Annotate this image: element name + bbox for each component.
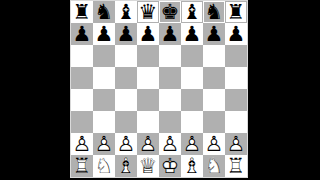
square-c4[interactable] xyxy=(115,89,137,111)
square-b1[interactable]: ♞♘ xyxy=(93,155,115,177)
piece-black-pawn-d7: ♟ xyxy=(137,23,159,45)
board-grid: ♜♞♝♛♚♝♞♜♟♟♟♟♟♟♟♟♟♙♟♙♟♙♟♙♟♙♟♙♟♙♟♙♜♖♞♘♝♗♛♕… xyxy=(71,1,247,177)
square-g4[interactable] xyxy=(203,89,225,111)
square-d6[interactable] xyxy=(137,45,159,67)
square-c2[interactable]: ♟♙ xyxy=(115,133,137,155)
piece-black-pawn-b7: ♟ xyxy=(93,23,115,45)
piece-outline: ♙ xyxy=(159,133,181,155)
square-g2[interactable]: ♟♙ xyxy=(203,133,225,155)
square-f3[interactable] xyxy=(181,111,203,133)
square-a4[interactable] xyxy=(71,89,93,111)
square-c5[interactable] xyxy=(115,67,137,89)
square-a3[interactable] xyxy=(71,111,93,133)
square-g5[interactable] xyxy=(203,67,225,89)
square-d1[interactable]: ♛♕ xyxy=(137,155,159,177)
piece-white-pawn-g2: ♟♙ xyxy=(203,133,225,155)
piece-black-pawn-a7: ♟ xyxy=(71,23,93,45)
square-b6[interactable] xyxy=(93,45,115,67)
piece-outline: ♗ xyxy=(115,155,137,177)
piece-outline: ♔ xyxy=(159,155,181,177)
square-f5[interactable] xyxy=(181,67,203,89)
app-background: ♜♞♝♛♚♝♞♜♟♟♟♟♟♟♟♟♟♙♟♙♟♙♟♙♟♙♟♙♟♙♟♙♜♖♞♘♝♗♛♕… xyxy=(0,0,320,180)
square-b2[interactable]: ♟♙ xyxy=(93,133,115,155)
square-f7[interactable]: ♟ xyxy=(181,23,203,45)
square-g7[interactable]: ♟ xyxy=(203,23,225,45)
square-d8[interactable]: ♛ xyxy=(137,1,159,23)
piece-outline: ♙ xyxy=(93,133,115,155)
square-g3[interactable] xyxy=(203,111,225,133)
piece-black-king-e8: ♚ xyxy=(159,1,181,23)
square-h7[interactable]: ♟ xyxy=(225,23,247,45)
piece-black-rook-h8: ♜ xyxy=(225,1,247,23)
square-b3[interactable] xyxy=(93,111,115,133)
piece-white-king-e1: ♚♔ xyxy=(159,155,181,177)
square-h1[interactable]: ♜♖ xyxy=(225,155,247,177)
piece-white-pawn-d2: ♟♙ xyxy=(137,133,159,155)
square-a5[interactable] xyxy=(71,67,93,89)
square-a8[interactable]: ♜ xyxy=(71,1,93,23)
piece-outline: ♙ xyxy=(71,133,93,155)
square-c1[interactable]: ♝♗ xyxy=(115,155,137,177)
square-e5[interactable] xyxy=(159,67,181,89)
square-a7[interactable]: ♟ xyxy=(71,23,93,45)
square-g6[interactable] xyxy=(203,45,225,67)
piece-outline: ♖ xyxy=(71,155,93,177)
square-f8[interactable]: ♝ xyxy=(181,1,203,23)
piece-black-queen-d8: ♛ xyxy=(137,1,159,23)
piece-white-pawn-f2: ♟♙ xyxy=(181,133,203,155)
piece-outline: ♙ xyxy=(225,133,247,155)
piece-white-rook-a1: ♜♖ xyxy=(71,155,93,177)
square-a6[interactable] xyxy=(71,45,93,67)
piece-white-pawn-e2: ♟♙ xyxy=(159,133,181,155)
piece-white-rook-h1: ♜♖ xyxy=(225,155,247,177)
piece-white-pawn-h2: ♟♙ xyxy=(225,133,247,155)
piece-black-rook-a8: ♜ xyxy=(71,1,93,23)
square-h6[interactable] xyxy=(225,45,247,67)
piece-outline: ♘ xyxy=(93,155,115,177)
square-b4[interactable] xyxy=(93,89,115,111)
piece-black-bishop-f8: ♝ xyxy=(181,1,203,23)
square-e6[interactable] xyxy=(159,45,181,67)
piece-black-bishop-c8: ♝ xyxy=(115,1,137,23)
square-e3[interactable] xyxy=(159,111,181,133)
piece-white-queen-d1: ♛♕ xyxy=(137,155,159,177)
piece-black-pawn-h7: ♟ xyxy=(225,23,247,45)
piece-outline: ♙ xyxy=(115,133,137,155)
chess-board: ♜♞♝♛♚♝♞♜♟♟♟♟♟♟♟♟♟♙♟♙♟♙♟♙♟♙♟♙♟♙♟♙♜♖♞♘♝♗♛♕… xyxy=(70,0,248,178)
piece-black-pawn-e7: ♟ xyxy=(159,23,181,45)
square-f1[interactable]: ♝♗ xyxy=(181,155,203,177)
square-a1[interactable]: ♜♖ xyxy=(71,155,93,177)
piece-white-knight-b1: ♞♘ xyxy=(93,155,115,177)
square-b5[interactable] xyxy=(93,67,115,89)
square-f4[interactable] xyxy=(181,89,203,111)
piece-white-bishop-f1: ♝♗ xyxy=(181,155,203,177)
square-h2[interactable]: ♟♙ xyxy=(225,133,247,155)
square-e1[interactable]: ♚♔ xyxy=(159,155,181,177)
square-e7[interactable]: ♟ xyxy=(159,23,181,45)
square-c6[interactable] xyxy=(115,45,137,67)
square-c3[interactable] xyxy=(115,111,137,133)
piece-outline: ♘ xyxy=(203,155,225,177)
piece-white-pawn-b2: ♟♙ xyxy=(93,133,115,155)
square-e2[interactable]: ♟♙ xyxy=(159,133,181,155)
square-e8[interactable]: ♚ xyxy=(159,1,181,23)
piece-outline: ♙ xyxy=(137,133,159,155)
square-f6[interactable] xyxy=(181,45,203,67)
square-h4[interactable] xyxy=(225,89,247,111)
square-g1[interactable]: ♞♘ xyxy=(203,155,225,177)
piece-white-bishop-c1: ♝♗ xyxy=(115,155,137,177)
piece-black-pawn-f7: ♟ xyxy=(181,23,203,45)
square-f2[interactable]: ♟♙ xyxy=(181,133,203,155)
square-h5[interactable] xyxy=(225,67,247,89)
square-b7[interactable]: ♟ xyxy=(93,23,115,45)
piece-outline: ♗ xyxy=(181,155,203,177)
square-b8[interactable]: ♞ xyxy=(93,1,115,23)
square-h3[interactable] xyxy=(225,111,247,133)
piece-outline: ♙ xyxy=(203,133,225,155)
piece-black-knight-g8: ♞ xyxy=(203,1,225,23)
square-d7[interactable]: ♟ xyxy=(137,23,159,45)
piece-outline: ♙ xyxy=(181,133,203,155)
square-c7[interactable]: ♟ xyxy=(115,23,137,45)
square-e4[interactable] xyxy=(159,89,181,111)
square-d2[interactable]: ♟♙ xyxy=(137,133,159,155)
piece-outline: ♕ xyxy=(137,155,159,177)
square-a2[interactable]: ♟♙ xyxy=(71,133,93,155)
piece-white-pawn-a2: ♟♙ xyxy=(71,133,93,155)
piece-white-knight-g1: ♞♘ xyxy=(203,155,225,177)
square-g8[interactable]: ♞ xyxy=(203,1,225,23)
piece-black-pawn-c7: ♟ xyxy=(115,23,137,45)
square-d4[interactable] xyxy=(137,89,159,111)
square-c8[interactable]: ♝ xyxy=(115,1,137,23)
piece-black-pawn-g7: ♟ xyxy=(203,23,225,45)
square-d3[interactable] xyxy=(137,111,159,133)
square-h8[interactable]: ♜ xyxy=(225,1,247,23)
piece-black-knight-b8: ♞ xyxy=(93,1,115,23)
square-d5[interactable] xyxy=(137,67,159,89)
piece-white-pawn-c2: ♟♙ xyxy=(115,133,137,155)
piece-outline: ♖ xyxy=(225,155,247,177)
